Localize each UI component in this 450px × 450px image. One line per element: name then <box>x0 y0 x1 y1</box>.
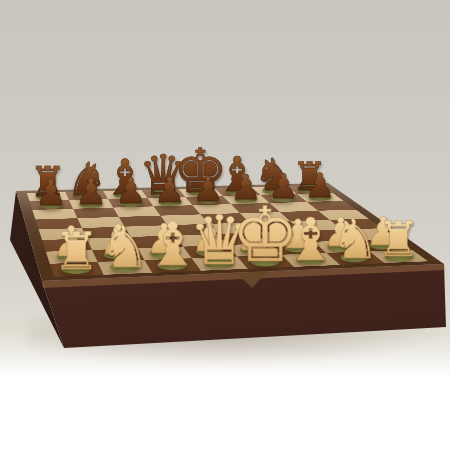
square-a1 <box>50 262 104 277</box>
chess-set-photo[interactable]: ♜♞♝♛♚♝♞♜♟♟♟♟♟♟♟♟♟♟♟♟♟♟♟♟♜♞♝♛♚♝♞♜ <box>0 0 450 450</box>
square-b1 <box>98 260 153 275</box>
